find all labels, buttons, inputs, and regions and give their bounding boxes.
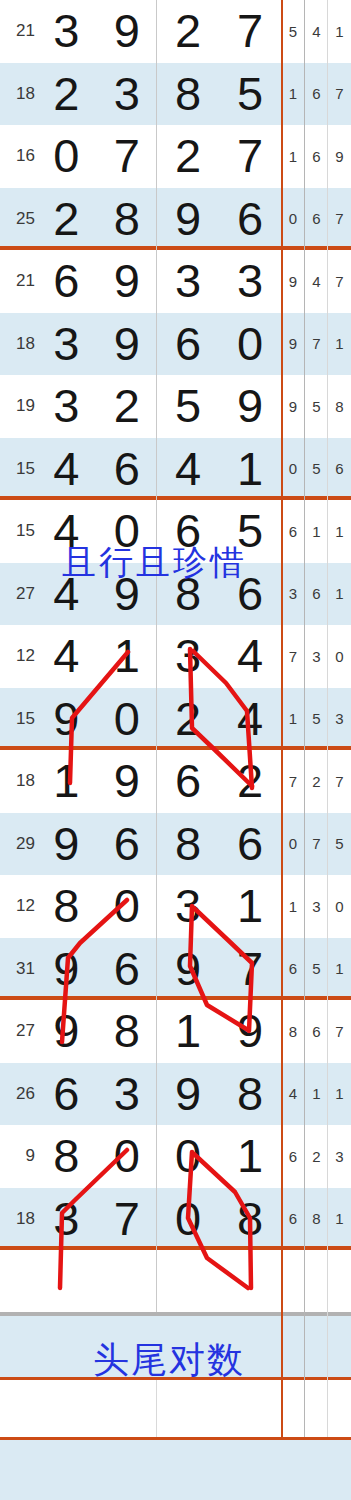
row-sum-label: 19 <box>0 396 36 416</box>
orange-separator <box>0 746 351 750</box>
digit-cell-3: 9 <box>157 1063 219 1126</box>
tail-cell-2: 5 <box>305 960 328 977</box>
tail-cell-1: 0 <box>281 460 305 477</box>
digit-cell-1: 8 <box>36 1125 97 1188</box>
tail-cell-2: 3 <box>305 898 328 915</box>
tail-cell-1: 0 <box>281 210 305 227</box>
row-sum-label: 18 <box>0 84 36 104</box>
digit-cell-1: 9 <box>36 813 97 876</box>
digit-cell-4: 8 <box>219 1063 281 1126</box>
row-sum-label: 15 <box>0 459 36 479</box>
tail-cell-1: 9 <box>281 398 305 415</box>
draw-row: 19 3 2 5 9 9 5 8 <box>0 375 351 438</box>
tail-cell-2: 5 <box>305 710 328 727</box>
tail-cell-2: 7 <box>305 835 328 852</box>
draw-row: 31 9 6 9 7 6 5 1 <box>0 938 351 1001</box>
digit-cell-1: 1 <box>36 750 97 813</box>
digit-cell-4: 5 <box>219 63 281 126</box>
row-sum-label: 15 <box>0 521 36 541</box>
tail-cell-2: 3 <box>305 648 328 665</box>
digit-cell-2: 7 <box>97 125 158 188</box>
digit-cell-1: 9 <box>36 1000 97 1063</box>
digit-cell-4: 1 <box>219 875 281 938</box>
lottery-trend-chart: 21 3 9 2 7 5 4 1 18 2 3 8 5 1 6 7 16 0 7… <box>0 0 351 1500</box>
row-sum-label: 9 <box>0 1146 36 1166</box>
tail-cell-2: 5 <box>305 398 328 415</box>
digit-cell-3: 1 <box>157 1000 219 1063</box>
digit-cell-2: 9 <box>97 250 158 313</box>
digit-cell-1: 8 <box>36 875 97 938</box>
row-sum-label: 21 <box>0 271 36 291</box>
digit-cell-1: 4 <box>36 438 97 501</box>
digit-cell-4: 8 <box>219 1188 281 1251</box>
tail-cell-3: 1 <box>328 585 351 602</box>
tail-cell-1: 5 <box>281 23 305 40</box>
draw-row: 29 9 6 8 6 0 7 5 <box>0 813 351 876</box>
tail-cell-1: 9 <box>281 273 305 290</box>
digit-cell-2: 3 <box>97 63 158 126</box>
tail-cell-2: 1 <box>305 523 328 540</box>
row-sum-label: 21 <box>0 21 36 41</box>
digit-cell-1: 0 <box>36 125 97 188</box>
digit-cell-4: 4 <box>219 625 281 688</box>
tail-cell-3: 1 <box>328 523 351 540</box>
digit-cell-4: 7 <box>219 125 281 188</box>
digit-cell-3: 0 <box>157 1125 219 1188</box>
tail-cell-3: 0 <box>328 898 351 915</box>
digit-cell-1: 2 <box>36 63 97 126</box>
digit-cell-4: 1 <box>219 438 281 501</box>
tail-cell-2: 5 <box>305 460 328 477</box>
digit-cell-3: 2 <box>157 688 219 751</box>
digit-cell-3: 8 <box>157 63 219 126</box>
tail-cell-1: 0 <box>281 835 305 852</box>
digit-cell-2: 8 <box>97 1000 158 1063</box>
digit-cell-1: 9 <box>36 938 97 1001</box>
digit-cell-1: 3 <box>36 1188 97 1251</box>
draw-row: 15 4 6 4 1 0 5 6 <box>0 438 351 501</box>
draw-row: 18 3 9 6 0 9 7 1 <box>0 313 351 376</box>
draw-row: 12 4 1 3 4 7 3 0 <box>0 625 351 688</box>
tail-cell-3: 1 <box>328 335 351 352</box>
row-sum-label: 12 <box>0 646 36 666</box>
tail-cell-1: 1 <box>281 85 305 102</box>
draw-row: 18 1 9 6 2 7 2 7 <box>0 750 351 813</box>
tail-cell-3: 1 <box>328 1210 351 1227</box>
tail-cell-1: 7 <box>281 773 305 790</box>
digit-cell-3: 3 <box>157 875 219 938</box>
orange-separator <box>0 496 351 500</box>
digit-cell-3: 6 <box>157 750 219 813</box>
tail-cell-3: 0 <box>328 648 351 665</box>
orange-column-rule <box>281 0 283 1440</box>
draw-row: 9 8 0 0 1 6 2 3 <box>0 1125 351 1188</box>
tail-cell-3: 1 <box>328 1085 351 1102</box>
tail-cell-2: 2 <box>305 1148 328 1165</box>
digit-cell-2: 9 <box>97 0 158 63</box>
watermark-text: 且行且珍惜 <box>62 540 247 586</box>
tail-cell-2: 8 <box>305 1210 328 1227</box>
tail-cell-1: 1 <box>281 710 305 727</box>
digit-cell-2: 2 <box>97 375 158 438</box>
footer-band-title: 头尾对数 <box>93 1336 245 1385</box>
tail-cell-3: 9 <box>328 148 351 165</box>
tail-cell-3: 6 <box>328 460 351 477</box>
tail-cell-2: 6 <box>305 210 328 227</box>
digit-cell-4: 3 <box>219 250 281 313</box>
row-sum-label: 18 <box>0 334 36 354</box>
tail-cell-3: 7 <box>328 1023 351 1040</box>
digit-cell-3: 3 <box>157 625 219 688</box>
digit-cell-4: 1 <box>219 1125 281 1188</box>
tail-cell-3: 7 <box>328 773 351 790</box>
tail-cell-3: 7 <box>328 273 351 290</box>
draw-row: 16 0 7 2 7 1 6 9 <box>0 125 351 188</box>
digit-cell-3: 6 <box>157 313 219 376</box>
digit-cell-4: 0 <box>219 313 281 376</box>
tail-cell-2: 7 <box>305 335 328 352</box>
footer-blank-band <box>0 1250 351 1312</box>
digit-cell-2: 8 <box>97 188 158 251</box>
digit-cell-1: 3 <box>36 0 97 63</box>
row-sum-label: 27 <box>0 1021 36 1041</box>
row-sum-label: 16 <box>0 146 36 166</box>
digit-cell-4: 7 <box>219 938 281 1001</box>
digit-cell-2: 0 <box>97 1125 158 1188</box>
digit-cell-1: 2 <box>36 188 97 251</box>
tail-cell-2: 6 <box>305 85 328 102</box>
draw-row: 18 2 3 8 5 1 6 7 <box>0 63 351 126</box>
tail-cell-2: 6 <box>305 148 328 165</box>
digit-cell-2: 7 <box>97 1188 158 1251</box>
tail-cell-3: 1 <box>328 23 351 40</box>
tail-cell-1: 6 <box>281 1148 305 1165</box>
middle-column-rule <box>156 0 157 1312</box>
draw-row: 27 9 8 1 9 8 6 7 <box>0 1000 351 1063</box>
footer-blank-band-2 <box>0 1380 351 1437</box>
draw-row: 21 6 9 3 3 9 4 7 <box>0 250 351 313</box>
row-sum-label: 18 <box>0 1209 36 1229</box>
orange-separator <box>0 1437 351 1440</box>
draw-row: 26 6 3 9 8 4 1 1 <box>0 1063 351 1126</box>
digit-cell-4: 2 <box>219 750 281 813</box>
digit-cell-4: 9 <box>219 375 281 438</box>
digit-cell-4: 4 <box>219 688 281 751</box>
digit-cell-3: 4 <box>157 438 219 501</box>
draw-row: 15 9 0 2 4 1 5 3 <box>0 688 351 751</box>
tail-cell-1: 4 <box>281 1085 305 1102</box>
orange-separator <box>0 246 351 250</box>
digit-cell-1: 3 <box>36 313 97 376</box>
digit-cell-1: 6 <box>36 1063 97 1126</box>
draw-row: 21 3 9 2 7 5 4 1 <box>0 0 351 63</box>
tail-cell-1: 6 <box>281 960 305 977</box>
row-sum-label: 15 <box>0 709 36 729</box>
orange-separator <box>0 1246 351 1250</box>
tail-cell-1: 3 <box>281 585 305 602</box>
tail-cell-1: 1 <box>281 898 305 915</box>
digit-cell-3: 5 <box>157 375 219 438</box>
tail-cell-3: 7 <box>328 85 351 102</box>
tail-cell-2: 1 <box>305 1085 328 1102</box>
digit-cell-3: 8 <box>157 813 219 876</box>
tail-column-rule-1 <box>304 0 305 1437</box>
tail-cell-1: 1 <box>281 148 305 165</box>
digit-cell-1: 3 <box>36 375 97 438</box>
digit-cell-2: 0 <box>97 875 158 938</box>
digit-cell-3: 2 <box>157 0 219 63</box>
digit-cell-3: 0 <box>157 1188 219 1251</box>
digit-cell-2: 9 <box>97 313 158 376</box>
digit-cell-1: 4 <box>36 625 97 688</box>
digit-cell-1: 9 <box>36 688 97 751</box>
digit-cell-2: 6 <box>97 813 158 876</box>
row-sum-label: 26 <box>0 1084 36 1104</box>
tail-column-rule-2 <box>327 0 328 1437</box>
digit-cell-2: 1 <box>97 625 158 688</box>
row-sum-label: 29 <box>0 834 36 854</box>
tail-cell-2: 6 <box>305 1023 328 1040</box>
tail-cell-3: 3 <box>328 710 351 727</box>
gray-separator <box>0 1312 351 1316</box>
row-sum-label: 27 <box>0 584 36 604</box>
tail-cell-2: 2 <box>305 773 328 790</box>
digit-cell-3: 9 <box>157 188 219 251</box>
footer-bottom-band <box>0 1440 351 1500</box>
digit-cell-3: 9 <box>157 938 219 1001</box>
draw-row: 25 2 8 9 6 0 6 7 <box>0 188 351 251</box>
tail-cell-2: 6 <box>305 585 328 602</box>
digit-cell-3: 2 <box>157 125 219 188</box>
tail-cell-3: 8 <box>328 398 351 415</box>
tail-cell-1: 9 <box>281 335 305 352</box>
tail-cell-2: 4 <box>305 23 328 40</box>
draw-row: 12 8 0 3 1 1 3 0 <box>0 875 351 938</box>
digit-cell-3: 3 <box>157 250 219 313</box>
tail-cell-1: 8 <box>281 1023 305 1040</box>
tail-cell-1: 6 <box>281 523 305 540</box>
tail-cell-3: 1 <box>328 960 351 977</box>
digit-cell-2: 0 <box>97 688 158 751</box>
tail-cell-3: 5 <box>328 835 351 852</box>
digit-cell-2: 3 <box>97 1063 158 1126</box>
digit-cell-4: 6 <box>219 813 281 876</box>
orange-separator <box>0 996 351 1000</box>
draw-row: 18 3 7 0 8 6 8 1 <box>0 1188 351 1251</box>
digit-cell-1: 6 <box>36 250 97 313</box>
row-sum-label: 31 <box>0 959 36 979</box>
digit-cell-4: 7 <box>219 0 281 63</box>
tail-cell-1: 6 <box>281 1210 305 1227</box>
digit-cell-4: 6 <box>219 188 281 251</box>
row-sum-label: 25 <box>0 209 36 229</box>
tail-cell-3: 3 <box>328 1148 351 1165</box>
tail-cell-3: 7 <box>328 210 351 227</box>
row-sum-label: 12 <box>0 896 36 916</box>
row-sum-label: 18 <box>0 771 36 791</box>
digit-cell-2: 6 <box>97 938 158 1001</box>
digit-cell-4: 9 <box>219 1000 281 1063</box>
tail-cell-2: 4 <box>305 273 328 290</box>
number-rows: 21 3 9 2 7 5 4 1 18 2 3 8 5 1 6 7 16 0 7… <box>0 0 351 1250</box>
middle-column-rule-footer <box>156 1380 157 1437</box>
digit-cell-2: 9 <box>97 750 158 813</box>
digit-cell-2: 6 <box>97 438 158 501</box>
tail-cell-1: 7 <box>281 648 305 665</box>
